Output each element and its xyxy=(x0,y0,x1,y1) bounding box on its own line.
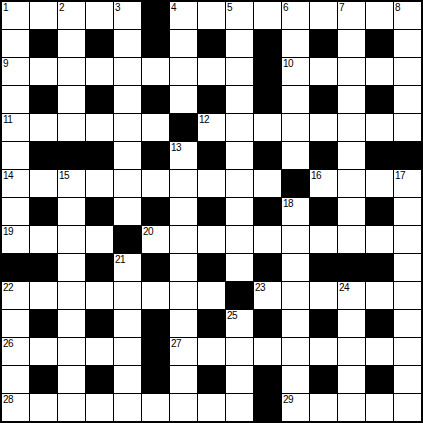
clue-number: 6 xyxy=(283,2,288,13)
clue-number: 10 xyxy=(283,58,293,69)
cell-r1c1-black xyxy=(30,30,57,57)
cell-r5c9-black xyxy=(254,142,281,169)
cell-r3c14-white[interactable] xyxy=(394,86,421,113)
clue-number: 24 xyxy=(339,282,349,293)
clue-number: 26 xyxy=(3,338,13,349)
cell-r2c7-white[interactable] xyxy=(198,58,225,85)
cell-r3c13-black xyxy=(366,86,393,113)
cell-r1c9-black xyxy=(254,30,281,57)
cell-r4c6-black xyxy=(170,114,197,141)
cell-r5c14-black xyxy=(394,142,421,169)
cell-r13c3-black xyxy=(86,366,113,393)
clue-number: 23 xyxy=(255,282,265,293)
clue-number: 18 xyxy=(283,198,293,209)
cell-r8c5-white[interactable]: 20 xyxy=(142,226,169,253)
cell-r1c14-white[interactable] xyxy=(394,30,421,57)
cell-r0c5-black xyxy=(142,2,169,29)
cell-r11c14-white[interactable] xyxy=(394,310,421,337)
cell-r14c12-white[interactable] xyxy=(338,394,365,421)
cell-r12c2-white[interactable] xyxy=(58,338,85,365)
cell-r10c12-white[interactable]: 24 xyxy=(338,282,365,309)
cell-r6c6-white[interactable] xyxy=(170,170,197,197)
cell-r2c3-white[interactable] xyxy=(86,58,113,85)
cell-r0c11-white[interactable] xyxy=(310,2,337,29)
cell-r9c11-black xyxy=(310,254,337,281)
clue-number: 12 xyxy=(199,114,209,125)
cell-r13c11-black xyxy=(310,366,337,393)
cell-r9c14-white[interactable] xyxy=(394,254,421,281)
cell-r0c8-white[interactable]: 5 xyxy=(226,2,253,29)
cell-r7c7-black xyxy=(198,198,225,225)
cell-r3c4-white[interactable] xyxy=(114,86,141,113)
cell-r8c13-white[interactable] xyxy=(366,226,393,253)
cell-r0c4-white[interactable]: 3 xyxy=(114,2,141,29)
cell-r11c2-white[interactable] xyxy=(58,310,85,337)
cell-r2c6-white[interactable] xyxy=(170,58,197,85)
cell-r10c3-white[interactable] xyxy=(86,282,113,309)
cell-r5c10-white[interactable] xyxy=(282,142,309,169)
cell-r14c7-white[interactable] xyxy=(198,394,225,421)
cell-r5c0-white[interactable] xyxy=(2,142,29,169)
clue-number: 16 xyxy=(311,170,321,181)
cell-r1c4-white[interactable] xyxy=(114,30,141,57)
clue-number: 13 xyxy=(171,142,181,153)
cell-r7c9-black xyxy=(254,198,281,225)
cell-r0c1-white[interactable] xyxy=(30,2,57,29)
cell-r12c1-white[interactable] xyxy=(30,338,57,365)
cell-r7c10-white[interactable]: 18 xyxy=(282,198,309,225)
cell-r3c8-white[interactable] xyxy=(226,86,253,113)
cell-r2c9-black xyxy=(254,58,281,85)
clue-number: 2 xyxy=(59,2,64,13)
cell-r10c10-white[interactable] xyxy=(282,282,309,309)
cell-r13c5-black xyxy=(142,366,169,393)
cell-r8c4-black xyxy=(114,226,141,253)
cell-r8c10-white[interactable] xyxy=(282,226,309,253)
cell-r11c7-black xyxy=(198,310,225,337)
cell-r9c8-white[interactable] xyxy=(226,254,253,281)
cell-r14c11-white[interactable] xyxy=(310,394,337,421)
cell-r11c10-white[interactable] xyxy=(282,310,309,337)
cell-r4c12-white[interactable] xyxy=(338,114,365,141)
cell-r6c3-white[interactable] xyxy=(86,170,113,197)
cell-r3c1-black xyxy=(30,86,57,113)
cell-r10c7-white[interactable] xyxy=(198,282,225,309)
cell-r4c8-white[interactable] xyxy=(226,114,253,141)
cell-r12c6-white[interactable]: 27 xyxy=(170,338,197,365)
cell-r3c3-black xyxy=(86,86,113,113)
cell-r6c11-white[interactable]: 16 xyxy=(310,170,337,197)
cell-r14c2-white[interactable] xyxy=(58,394,85,421)
cell-r6c0-white[interactable]: 14 xyxy=(2,170,29,197)
cell-r11c6-white[interactable] xyxy=(170,310,197,337)
cell-r14c5-white[interactable] xyxy=(142,394,169,421)
cell-r13c9-black xyxy=(254,366,281,393)
cell-r5c8-white[interactable] xyxy=(226,142,253,169)
cell-r14c4-white[interactable] xyxy=(114,394,141,421)
cell-r14c13-white[interactable] xyxy=(366,394,393,421)
cell-r5c11-black xyxy=(310,142,337,169)
cell-r12c4-white[interactable] xyxy=(114,338,141,365)
cell-r10c1-white[interactable] xyxy=(30,282,57,309)
cell-r11c12-white[interactable] xyxy=(338,310,365,337)
cell-r14c9-black xyxy=(254,394,281,421)
cell-r12c0-white[interactable]: 26 xyxy=(2,338,29,365)
cell-r4c1-white[interactable] xyxy=(30,114,57,141)
cell-r4c10-white[interactable] xyxy=(282,114,309,141)
cell-r11c11-black xyxy=(310,310,337,337)
cell-r0c7-white[interactable] xyxy=(198,2,225,29)
cell-r1c2-white[interactable] xyxy=(58,30,85,57)
cell-r5c1-black xyxy=(30,142,57,169)
cell-r4c11-white[interactable] xyxy=(310,114,337,141)
cell-r8c12-white[interactable] xyxy=(338,226,365,253)
cell-r12c14-white[interactable] xyxy=(394,338,421,365)
cell-r4c3-white[interactable] xyxy=(86,114,113,141)
cell-r7c6-white[interactable] xyxy=(170,198,197,225)
cell-r6c1-white[interactable] xyxy=(30,170,57,197)
cell-r9c12-black xyxy=(338,254,365,281)
cell-r8c6-white[interactable] xyxy=(170,226,197,253)
cell-r2c10-white[interactable]: 10 xyxy=(282,58,309,85)
cell-r5c3-black xyxy=(86,142,113,169)
clue-number: 27 xyxy=(171,338,181,349)
cell-r3c11-black xyxy=(310,86,337,113)
cell-r2c0-white[interactable]: 9 xyxy=(2,58,29,85)
clue-number: 22 xyxy=(3,282,13,293)
cell-r6c7-white[interactable] xyxy=(198,170,225,197)
cell-r4c9-white[interactable] xyxy=(254,114,281,141)
cell-r4c2-white[interactable] xyxy=(58,114,85,141)
cell-r10c6-white[interactable] xyxy=(170,282,197,309)
cell-r1c11-black xyxy=(310,30,337,57)
cell-r12c13-white[interactable] xyxy=(366,338,393,365)
cell-r9c2-white[interactable] xyxy=(58,254,85,281)
cell-r6c8-white[interactable] xyxy=(226,170,253,197)
cell-r8c9-white[interactable] xyxy=(254,226,281,253)
cell-r14c10-white[interactable]: 29 xyxy=(282,394,309,421)
cell-r7c1-black xyxy=(30,198,57,225)
clue-number: 3 xyxy=(115,2,120,13)
cell-r0c3-white[interactable] xyxy=(86,2,113,29)
clue-number: 5 xyxy=(227,2,232,13)
cell-r0c2-white[interactable]: 2 xyxy=(58,2,85,29)
cell-r3c9-black xyxy=(254,86,281,113)
cell-r5c13-black xyxy=(366,142,393,169)
clue-number: 14 xyxy=(3,170,13,181)
clue-number: 11 xyxy=(3,114,12,125)
cell-r4c13-white[interactable] xyxy=(366,114,393,141)
cell-r7c0-white[interactable] xyxy=(2,198,29,225)
cell-r1c8-white[interactable] xyxy=(226,30,253,57)
clue-number: 17 xyxy=(395,170,405,181)
cell-r10c5-white[interactable] xyxy=(142,282,169,309)
cell-r14c3-white[interactable] xyxy=(86,394,113,421)
cell-r1c0-white[interactable] xyxy=(2,30,29,57)
cell-r11c3-black xyxy=(86,310,113,337)
cell-r12c7-white[interactable] xyxy=(198,338,225,365)
cell-r6c10-black xyxy=(282,170,309,197)
cell-r1c3-black xyxy=(86,30,113,57)
cell-r2c5-white[interactable] xyxy=(142,58,169,85)
cell-r7c13-black xyxy=(366,198,393,225)
clue-number: 4 xyxy=(171,2,176,13)
cell-r2c14-white[interactable] xyxy=(394,58,421,85)
cell-r12c11-white[interactable] xyxy=(310,338,337,365)
cell-r2c1-white[interactable] xyxy=(30,58,57,85)
cell-r10c13-white[interactable] xyxy=(366,282,393,309)
cell-r9c3-black xyxy=(86,254,113,281)
cell-r6c13-white[interactable] xyxy=(366,170,393,197)
cell-r3c12-white[interactable] xyxy=(338,86,365,113)
cell-r8c2-white[interactable] xyxy=(58,226,85,253)
clue-number: 29 xyxy=(283,394,293,405)
clue-number: 9 xyxy=(3,58,8,69)
cell-r1c6-white[interactable] xyxy=(170,30,197,57)
cell-r7c3-black xyxy=(86,198,113,225)
cell-r11c4-white[interactable] xyxy=(114,310,141,337)
clue-number: 25 xyxy=(227,310,237,321)
cell-r6c14-white[interactable]: 17 xyxy=(394,170,421,197)
cell-r8c0-white[interactable]: 19 xyxy=(2,226,29,253)
cell-r10c2-white[interactable] xyxy=(58,282,85,309)
cell-r5c6-white[interactable]: 13 xyxy=(170,142,197,169)
cell-r1c10-white[interactable] xyxy=(282,30,309,57)
cell-r0c10-white[interactable]: 6 xyxy=(282,2,309,29)
cell-r14c0-white[interactable]: 28 xyxy=(2,394,29,421)
cell-r2c12-white[interactable] xyxy=(338,58,365,85)
cell-r14c14-white[interactable] xyxy=(394,394,421,421)
cell-r13c14-white[interactable] xyxy=(394,366,421,393)
cell-r2c13-white[interactable] xyxy=(366,58,393,85)
cell-r7c11-black xyxy=(310,198,337,225)
cell-r11c9-black xyxy=(254,310,281,337)
cell-r7c5-black xyxy=(142,198,169,225)
cell-r10c9-white[interactable]: 23 xyxy=(254,282,281,309)
cell-r1c12-white[interactable] xyxy=(338,30,365,57)
cell-r4c5-white[interactable] xyxy=(142,114,169,141)
cell-r0c12-white[interactable]: 7 xyxy=(338,2,365,29)
cell-r12c10-white[interactable] xyxy=(282,338,309,365)
clue-number: 15 xyxy=(59,170,69,181)
cell-r8c1-white[interactable] xyxy=(30,226,57,253)
cell-r14c8-white[interactable] xyxy=(226,394,253,421)
cell-r9c5-black xyxy=(142,254,169,281)
cell-r13c8-white[interactable] xyxy=(226,366,253,393)
clue-number: 1 xyxy=(3,2,8,13)
cell-r7c12-white[interactable] xyxy=(338,198,365,225)
cell-r10c8-black xyxy=(226,282,253,309)
cell-r8c7-white[interactable] xyxy=(198,226,225,253)
cell-r6c4-white[interactable] xyxy=(114,170,141,197)
clue-number: 28 xyxy=(3,394,13,405)
cell-r0c13-white[interactable] xyxy=(366,2,393,29)
cell-r6c5-white[interactable] xyxy=(142,170,169,197)
clue-number: 8 xyxy=(395,2,400,13)
cell-r8c3-white[interactable] xyxy=(86,226,113,253)
cell-r2c4-white[interactable] xyxy=(114,58,141,85)
cell-r9c9-black xyxy=(254,254,281,281)
cell-r8c11-white[interactable] xyxy=(310,226,337,253)
cell-r5c7-black xyxy=(198,142,225,169)
cell-r10c14-white[interactable] xyxy=(394,282,421,309)
cell-r11c5-black xyxy=(142,310,169,337)
cell-r8c14-white[interactable] xyxy=(394,226,421,253)
cell-r13c6-white[interactable] xyxy=(170,366,197,393)
cell-r0c14-white[interactable]: 8 xyxy=(394,2,421,29)
clue-number: 21 xyxy=(115,254,125,265)
cell-r11c8-white[interactable]: 25 xyxy=(226,310,253,337)
cell-r3c2-white[interactable] xyxy=(58,86,85,113)
cell-r9c0-black xyxy=(2,254,29,281)
cell-r3c5-black xyxy=(142,86,169,113)
cell-r5c12-white[interactable] xyxy=(338,142,365,169)
cell-r5c2-black xyxy=(58,142,85,169)
cell-r3c7-black xyxy=(198,86,225,113)
crossword-grid: 1234567891011121314151617181920212223242… xyxy=(0,0,423,423)
cell-r5c5-black xyxy=(142,142,169,169)
cell-r3c10-white[interactable] xyxy=(282,86,309,113)
cell-r6c9-white[interactable] xyxy=(254,170,281,197)
cell-r7c4-white[interactable] xyxy=(114,198,141,225)
cell-r3c0-white[interactable] xyxy=(2,86,29,113)
cell-r11c13-black xyxy=(366,310,393,337)
cell-r6c12-white[interactable] xyxy=(338,170,365,197)
cell-r10c4-white[interactable] xyxy=(114,282,141,309)
cell-r8c8-white[interactable] xyxy=(226,226,253,253)
cell-r9c6-white[interactable] xyxy=(170,254,197,281)
cell-r7c8-white[interactable] xyxy=(226,198,253,225)
cell-r10c0-white[interactable]: 22 xyxy=(2,282,29,309)
cell-r3c6-white[interactable] xyxy=(170,86,197,113)
cell-r9c13-black xyxy=(366,254,393,281)
cell-r11c0-white[interactable] xyxy=(2,310,29,337)
cell-r4c4-white[interactable] xyxy=(114,114,141,141)
cell-r13c0-white[interactable] xyxy=(2,366,29,393)
cell-r4c7-white[interactable]: 12 xyxy=(198,114,225,141)
cell-r9c4-white[interactable]: 21 xyxy=(114,254,141,281)
clue-number: 7 xyxy=(339,2,344,13)
cell-r0c6-white[interactable]: 4 xyxy=(170,2,197,29)
cell-r0c0-white[interactable]: 1 xyxy=(2,2,29,29)
crossword-board: 1234567891011121314151617181920212223242… xyxy=(0,0,423,423)
cell-r13c4-white[interactable] xyxy=(114,366,141,393)
cell-r13c12-white[interactable] xyxy=(338,366,365,393)
cell-r14c6-white[interactable] xyxy=(170,394,197,421)
cell-r2c8-white[interactable] xyxy=(226,58,253,85)
cell-r1c7-black xyxy=(198,30,225,57)
cell-r7c14-white[interactable] xyxy=(394,198,421,225)
cell-r4c14-white[interactable] xyxy=(394,114,421,141)
cell-r0c9-white[interactable] xyxy=(254,2,281,29)
cell-r13c10-white[interactable] xyxy=(282,366,309,393)
cell-r13c7-black xyxy=(198,366,225,393)
cell-r2c2-white[interactable] xyxy=(58,58,85,85)
cell-r12c8-white[interactable] xyxy=(226,338,253,365)
cell-r14c1-white[interactable] xyxy=(30,394,57,421)
cell-r12c12-white[interactable] xyxy=(338,338,365,365)
cell-r13c2-white[interactable] xyxy=(58,366,85,393)
cell-r13c13-black xyxy=(366,366,393,393)
cell-r2c11-white[interactable] xyxy=(310,58,337,85)
cell-r12c3-white[interactable] xyxy=(86,338,113,365)
cell-r1c5-black xyxy=(142,30,169,57)
cell-r9c10-white[interactable] xyxy=(282,254,309,281)
clue-number: 20 xyxy=(143,226,153,237)
cell-r5c4-white[interactable] xyxy=(114,142,141,169)
cell-r7c2-white[interactable] xyxy=(58,198,85,225)
cell-r12c5-black xyxy=(142,338,169,365)
cell-r10c11-white[interactable] xyxy=(310,282,337,309)
clue-number: 19 xyxy=(3,226,13,237)
cell-r4c0-white[interactable]: 11 xyxy=(2,114,29,141)
cell-r6c2-white[interactable]: 15 xyxy=(58,170,85,197)
cell-r9c1-black xyxy=(30,254,57,281)
cell-r13c1-black xyxy=(30,366,57,393)
cell-r9c7-black xyxy=(198,254,225,281)
cell-r12c9-white[interactable] xyxy=(254,338,281,365)
cell-r1c13-black xyxy=(366,30,393,57)
cell-r11c1-black xyxy=(30,310,57,337)
